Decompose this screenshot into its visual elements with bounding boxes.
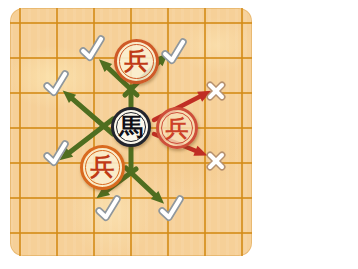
move-marks-overlay [0, 0, 358, 269]
legal-move-check-icon[interactable] [98, 199, 119, 218]
legal-move-check-icon[interactable] [164, 42, 185, 61]
legal-move-check-icon[interactable] [82, 39, 103, 58]
blocked-move-cross-icon [210, 155, 222, 167]
legal-move-check-icon[interactable] [161, 199, 182, 218]
legal-move-check-icon[interactable] [46, 74, 67, 93]
blocked-move-cross-icon [210, 85, 222, 97]
tutorial-diagram-canvas: 馬兵兵兵 [0, 0, 358, 269]
legal-move-check-icon[interactable] [46, 144, 67, 163]
